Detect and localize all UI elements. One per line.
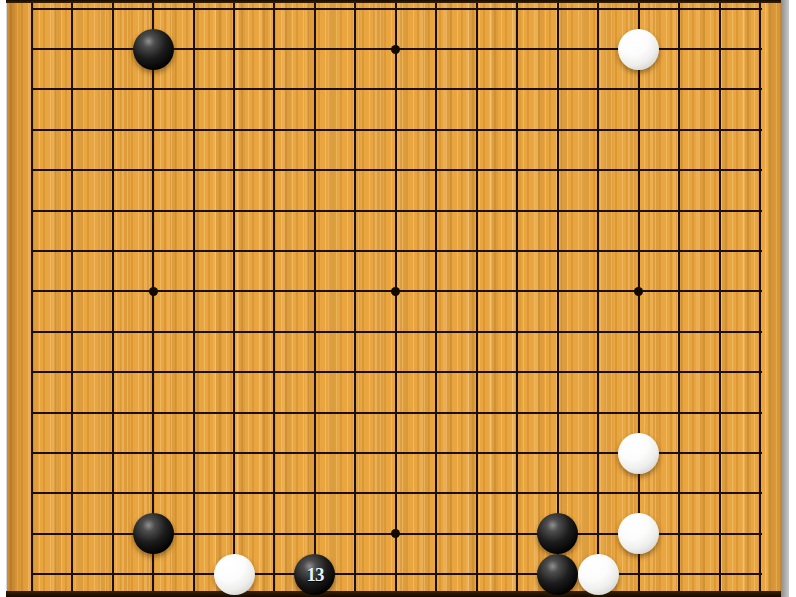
hoshi-point (634, 287, 643, 296)
grid-line-vertical (31, 3, 33, 592)
white-stone-Q6 (618, 433, 659, 474)
grid-line-vertical (233, 3, 235, 592)
white-stone-Q4 (618, 513, 659, 554)
white-stone-Q16 (618, 29, 659, 70)
grid-line-vertical (395, 3, 397, 592)
hoshi-point (391, 529, 400, 538)
grid-line-horizontal (31, 8, 762, 10)
grid-line-vertical (759, 3, 761, 592)
grid-line-horizontal (31, 88, 762, 90)
grid-line-horizontal (31, 210, 762, 212)
grid-line-horizontal (31, 169, 762, 171)
black-stone-O4 (537, 513, 578, 554)
grid-line-vertical (678, 3, 680, 592)
grid-line-vertical (719, 3, 721, 592)
grid-line-horizontal (31, 492, 762, 494)
move-number-label: 13 (306, 565, 323, 584)
black-stone-D4 (133, 513, 174, 554)
grid-line-vertical (314, 3, 316, 592)
white-stone-F3 (214, 554, 255, 595)
grid-line-vertical (638, 3, 640, 592)
black-stone-H3: 13 (294, 554, 335, 595)
white-stone-P3 (578, 554, 619, 595)
grid-line-vertical (557, 3, 559, 592)
grid-line-horizontal (31, 371, 762, 373)
grid-line-vertical (597, 3, 599, 592)
grid-line-horizontal (31, 573, 762, 575)
grid-line-vertical (193, 3, 195, 592)
grid-line-horizontal (31, 331, 762, 333)
hoshi-point (391, 45, 400, 54)
hoshi-point (391, 287, 400, 296)
hoshi-point (149, 287, 158, 296)
grid-line-vertical (435, 3, 437, 592)
grid-line-horizontal (31, 412, 762, 414)
black-stone-O3 (537, 554, 578, 595)
grid-line-vertical (476, 3, 478, 592)
grid-line-vertical (516, 3, 518, 592)
grid-line-vertical (112, 3, 114, 592)
grid-line-vertical (273, 3, 275, 592)
screenshot-root: 13 (0, 0, 796, 597)
go-board[interactable]: 13 (0, 0, 796, 597)
grid-line-vertical (354, 3, 356, 592)
grid-line-horizontal (31, 129, 762, 131)
board-bottom-edge (6, 591, 781, 597)
grid-line-horizontal (31, 250, 762, 252)
grid-line-vertical (71, 3, 73, 592)
black-stone-D16 (133, 29, 174, 70)
grid-line-vertical (152, 3, 154, 592)
